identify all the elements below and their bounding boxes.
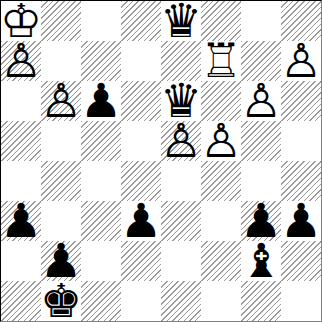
square-d3[interactable]: ♟ — [121, 201, 161, 241]
square-f2[interactable] — [201, 241, 241, 281]
square-f7[interactable]: ♖ — [201, 41, 241, 81]
square-a7[interactable]: ♙ — [1, 41, 41, 81]
square-a3[interactable]: ♟ — [1, 201, 41, 241]
square-b4[interactable] — [41, 161, 81, 201]
piece-black-king: ♚ — [40, 281, 82, 321]
square-g1[interactable] — [241, 281, 281, 321]
square-c2[interactable] — [81, 241, 121, 281]
piece-black-queen: ♛ — [160, 1, 202, 41]
square-d2[interactable] — [121, 241, 161, 281]
piece-white-pawn: ♙ — [40, 81, 82, 121]
chess-board: ♔♛♙♖♙♙♟♛♙♙♙♟♟♟♟♟♝♚ — [0, 0, 322, 322]
square-a1[interactable] — [1, 281, 41, 321]
square-b5[interactable] — [41, 121, 81, 161]
square-c3[interactable] — [81, 201, 121, 241]
square-h3[interactable]: ♟ — [281, 201, 321, 241]
square-c8[interactable] — [81, 1, 121, 41]
piece-white-pawn: ♙ — [280, 41, 322, 81]
square-h6[interactable] — [281, 81, 321, 121]
square-e4[interactable] — [161, 161, 201, 201]
piece-white-pawn: ♙ — [240, 81, 282, 121]
square-a2[interactable] — [1, 241, 41, 281]
square-g2[interactable]: ♝ — [241, 241, 281, 281]
square-e1[interactable] — [161, 281, 201, 321]
square-d8[interactable] — [121, 1, 161, 41]
square-f4[interactable] — [201, 161, 241, 201]
square-d1[interactable] — [121, 281, 161, 321]
square-b6[interactable]: ♙ — [41, 81, 81, 121]
piece-black-pawn: ♟ — [0, 201, 42, 241]
piece-black-bishop: ♝ — [240, 241, 282, 281]
piece-black-pawn: ♟ — [120, 201, 162, 241]
piece-black-pawn: ♟ — [80, 81, 122, 121]
piece-white-pawn: ♙ — [160, 121, 202, 161]
square-a5[interactable] — [1, 121, 41, 161]
square-a6[interactable] — [1, 81, 41, 121]
square-e8[interactable]: ♛ — [161, 1, 201, 41]
square-g5[interactable] — [241, 121, 281, 161]
square-b1[interactable]: ♚ — [41, 281, 81, 321]
square-c5[interactable] — [81, 121, 121, 161]
square-d5[interactable] — [121, 121, 161, 161]
square-c1[interactable] — [81, 281, 121, 321]
square-e2[interactable] — [161, 241, 201, 281]
square-b8[interactable] — [41, 1, 81, 41]
square-f5[interactable]: ♙ — [201, 121, 241, 161]
square-f1[interactable] — [201, 281, 241, 321]
square-h5[interactable] — [281, 121, 321, 161]
square-h7[interactable]: ♙ — [281, 41, 321, 81]
piece-white-rook: ♖ — [200, 41, 242, 81]
piece-black-pawn: ♟ — [280, 201, 322, 241]
square-g6[interactable]: ♙ — [241, 81, 281, 121]
square-c4[interactable] — [81, 161, 121, 201]
square-h1[interactable] — [281, 281, 321, 321]
square-g8[interactable] — [241, 1, 281, 41]
square-d7[interactable] — [121, 41, 161, 81]
piece-white-pawn: ♙ — [200, 121, 242, 161]
square-h2[interactable] — [281, 241, 321, 281]
piece-white-pawn: ♙ — [0, 41, 42, 81]
square-c6[interactable]: ♟ — [81, 81, 121, 121]
square-f3[interactable] — [201, 201, 241, 241]
square-e5[interactable]: ♙ — [161, 121, 201, 161]
square-d6[interactable] — [121, 81, 161, 121]
square-e3[interactable] — [161, 201, 201, 241]
chess-diagram: ♔♛♙♖♙♙♟♛♙♙♙♟♟♟♟♟♝♚ — [0, 0, 322, 322]
